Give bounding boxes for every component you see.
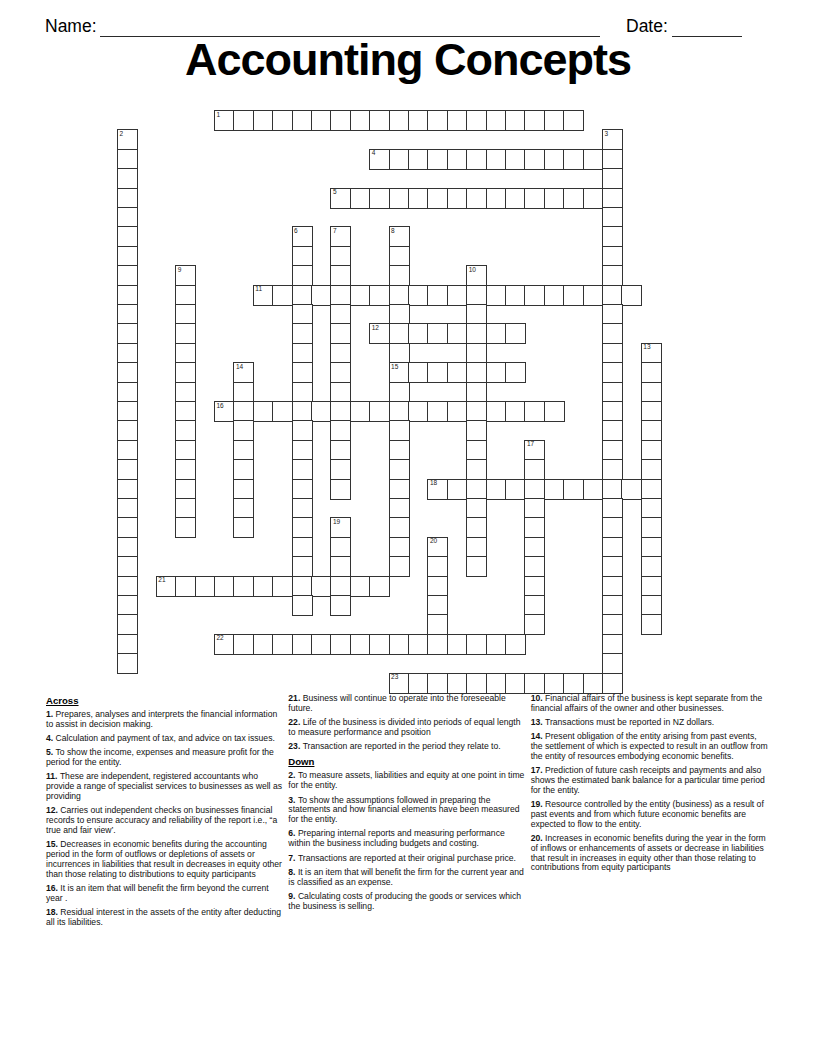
grid-cell[interactable]	[330, 440, 351, 461]
grid-cell[interactable]	[583, 479, 604, 500]
grid-cell[interactable]	[253, 634, 274, 655]
grid-cell[interactable]	[292, 576, 313, 597]
grid-cell[interactable]	[233, 440, 254, 461]
grid-cell[interactable]	[602, 188, 623, 209]
grid-cell[interactable]	[117, 459, 138, 480]
grid-cell[interactable]	[389, 382, 410, 403]
grid-cell[interactable]	[330, 343, 351, 364]
grid-cell[interactable]	[466, 459, 487, 480]
grid-cell[interactable]	[292, 110, 313, 131]
grid-cell[interactable]	[117, 634, 138, 655]
grid-cell[interactable]	[447, 149, 468, 170]
grid-cell[interactable]	[466, 323, 487, 344]
grid-cell[interactable]	[117, 479, 138, 500]
grid-cell[interactable]	[117, 323, 138, 344]
grid-cell[interactable]: 20	[427, 537, 448, 558]
grid-cell[interactable]	[389, 188, 410, 209]
grid-cell[interactable]	[311, 285, 332, 306]
grid-cell[interactable]	[330, 634, 351, 655]
grid-cell[interactable]	[292, 440, 313, 461]
grid-cell[interactable]	[117, 207, 138, 228]
grid-cell[interactable]	[330, 401, 351, 422]
grid-cell[interactable]	[602, 595, 623, 616]
grid-cell[interactable]	[311, 634, 332, 655]
grid-cell[interactable]	[641, 362, 662, 383]
grid-cell[interactable]	[292, 537, 313, 558]
grid-cell[interactable]	[330, 420, 351, 441]
grid-cell[interactable]	[544, 401, 565, 422]
grid-cell[interactable]	[292, 479, 313, 500]
grid-cell[interactable]	[563, 110, 584, 131]
grid-cell[interactable]	[117, 285, 138, 306]
grid-cell[interactable]	[350, 285, 371, 306]
grid-cell[interactable]	[272, 285, 293, 306]
grid-cell[interactable]	[466, 537, 487, 558]
grid-cell[interactable]	[389, 265, 410, 286]
grid-cell[interactable]: 1	[214, 110, 235, 131]
grid-cell[interactable]	[233, 382, 254, 403]
grid-cell[interactable]	[641, 595, 662, 616]
grid-cell[interactable]	[486, 673, 507, 694]
grid-cell[interactable]	[544, 479, 565, 500]
grid-cell[interactable]	[447, 188, 468, 209]
grid-cell[interactable]	[524, 188, 545, 209]
grid-cell[interactable]	[175, 517, 196, 538]
grid-cell[interactable]	[389, 246, 410, 267]
grid-cell[interactable]	[253, 576, 274, 597]
grid-cell[interactable]	[641, 459, 662, 480]
grid-cell[interactable]	[292, 420, 313, 441]
grid-cell[interactable]	[292, 304, 313, 325]
grid-cell[interactable]	[389, 343, 410, 364]
grid-cell[interactable]	[641, 401, 662, 422]
grid-cell[interactable]	[486, 149, 507, 170]
grid-cell[interactable]	[389, 537, 410, 558]
grid-cell[interactable]	[175, 323, 196, 344]
grid-cell[interactable]	[427, 401, 448, 422]
grid-cell[interactable]	[350, 401, 371, 422]
grid-cell[interactable]	[447, 285, 468, 306]
grid-cell[interactable]	[466, 401, 487, 422]
grid-cell[interactable]	[466, 479, 487, 500]
grid-cell[interactable]	[447, 401, 468, 422]
grid-cell[interactable]	[330, 537, 351, 558]
grid-cell[interactable]	[602, 479, 623, 500]
grid-cell[interactable]	[641, 420, 662, 441]
grid-cell[interactable]	[117, 576, 138, 597]
grid-cell[interactable]	[330, 110, 351, 131]
grid-cell[interactable]	[117, 401, 138, 422]
grid-cell[interactable]	[117, 343, 138, 364]
grid-cell[interactable]	[292, 362, 313, 383]
grid-cell[interactable]	[486, 634, 507, 655]
grid-cell[interactable]: 22	[214, 634, 235, 655]
grid-cell[interactable]	[175, 440, 196, 461]
grid-cell[interactable]: 12	[369, 323, 390, 344]
grid-cell[interactable]	[175, 498, 196, 519]
grid-cell[interactable]	[272, 634, 293, 655]
grid-cell[interactable]	[117, 556, 138, 577]
grid-cell[interactable]	[583, 188, 604, 209]
grid-cell[interactable]	[505, 110, 526, 131]
grid-cell[interactable]	[117, 246, 138, 267]
grid-cell[interactable]	[117, 149, 138, 170]
grid-cell[interactable]	[427, 110, 448, 131]
grid-cell[interactable]	[505, 149, 526, 170]
grid-cell[interactable]: 19	[330, 517, 351, 538]
grid-cell[interactable]	[466, 343, 487, 364]
grid-cell[interactable]	[466, 634, 487, 655]
grid-cell[interactable]	[330, 246, 351, 267]
grid-cell[interactable]	[602, 556, 623, 577]
grid-cell[interactable]	[175, 479, 196, 500]
grid-cell[interactable]	[427, 285, 448, 306]
grid-cell[interactable]	[233, 420, 254, 441]
grid-cell[interactable]	[408, 634, 429, 655]
grid-cell[interactable]	[486, 362, 507, 383]
grid-cell[interactable]	[389, 149, 410, 170]
grid-cell[interactable]	[292, 285, 313, 306]
grid-cell[interactable]: 11	[253, 285, 274, 306]
grid-cell[interactable]	[563, 285, 584, 306]
grid-cell[interactable]	[466, 420, 487, 441]
grid-cell[interactable]	[602, 343, 623, 364]
grid-cell[interactable]	[427, 188, 448, 209]
grid-cell[interactable]	[505, 362, 526, 383]
grid-cell[interactable]	[233, 498, 254, 519]
grid-cell[interactable]	[544, 110, 565, 131]
grid-cell[interactable]	[408, 285, 429, 306]
grid-cell[interactable]	[233, 110, 254, 131]
grid-cell[interactable]	[408, 110, 429, 131]
grid-cell[interactable]	[544, 188, 565, 209]
grid-cell[interactable]	[117, 614, 138, 635]
grid-cell[interactable]	[544, 285, 565, 306]
grid-cell[interactable]	[330, 556, 351, 577]
grid-cell[interactable]	[427, 323, 448, 344]
grid-cell[interactable]	[389, 498, 410, 519]
grid-cell[interactable]	[389, 304, 410, 325]
grid-cell[interactable]	[466, 285, 487, 306]
grid-cell[interactable]	[272, 110, 293, 131]
grid-cell[interactable]: 7	[330, 226, 351, 247]
grid-cell[interactable]	[117, 362, 138, 383]
grid-cell[interactable]	[524, 673, 545, 694]
grid-cell[interactable]	[389, 634, 410, 655]
grid-cell[interactable]	[563, 188, 584, 209]
grid-cell[interactable]	[486, 479, 507, 500]
grid-cell[interactable]	[117, 537, 138, 558]
grid-cell[interactable]	[505, 673, 526, 694]
grid-cell[interactable]	[350, 576, 371, 597]
grid-cell[interactable]	[408, 149, 429, 170]
grid-cell[interactable]	[466, 149, 487, 170]
grid-cell[interactable]: 6	[292, 226, 313, 247]
grid-cell[interactable]	[466, 498, 487, 519]
grid-cell[interactable]	[427, 595, 448, 616]
grid-cell[interactable]	[369, 188, 390, 209]
grid-cell[interactable]: 16	[214, 401, 235, 422]
grid-cell[interactable]	[486, 401, 507, 422]
grid-cell[interactable]	[214, 576, 235, 597]
grid-cell[interactable]	[602, 362, 623, 383]
grid-cell[interactable]	[175, 343, 196, 364]
grid-cell[interactable]	[292, 343, 313, 364]
grid-cell[interactable]	[117, 595, 138, 616]
grid-cell[interactable]	[427, 556, 448, 577]
grid-cell[interactable]	[389, 323, 410, 344]
grid-cell[interactable]	[583, 673, 604, 694]
grid-cell[interactable]	[389, 459, 410, 480]
grid-cell[interactable]: 9	[175, 265, 196, 286]
grid-cell[interactable]	[175, 285, 196, 306]
grid-cell[interactable]	[602, 265, 623, 286]
grid-cell[interactable]	[641, 576, 662, 597]
grid-cell[interactable]	[330, 459, 351, 480]
grid-cell[interactable]	[563, 673, 584, 694]
grid-cell[interactable]	[117, 265, 138, 286]
grid-cell[interactable]	[272, 576, 293, 597]
grid-cell[interactable]	[602, 673, 623, 694]
grid-cell[interactable]	[292, 401, 313, 422]
grid-cell[interactable]	[466, 673, 487, 694]
grid-cell[interactable]	[292, 634, 313, 655]
grid-cell[interactable]	[292, 265, 313, 286]
grid-cell[interactable]	[602, 517, 623, 538]
grid-cell[interactable]: 5	[330, 188, 351, 209]
grid-cell[interactable]	[117, 440, 138, 461]
grid-cell[interactable]	[524, 498, 545, 519]
grid-cell[interactable]	[602, 246, 623, 267]
grid-cell[interactable]	[389, 420, 410, 441]
grid-cell[interactable]	[466, 517, 487, 538]
grid-cell[interactable]	[117, 653, 138, 674]
grid-cell[interactable]	[175, 420, 196, 441]
grid-cell[interactable]	[641, 440, 662, 461]
grid-cell[interactable]	[427, 614, 448, 635]
grid-cell[interactable]	[602, 149, 623, 170]
grid-cell[interactable]	[427, 149, 448, 170]
grid-cell[interactable]	[330, 265, 351, 286]
grid-cell[interactable]	[175, 362, 196, 383]
grid-cell[interactable]	[389, 285, 410, 306]
grid-cell[interactable]	[466, 382, 487, 403]
grid-cell[interactable]	[311, 401, 332, 422]
grid-cell[interactable]	[330, 362, 351, 383]
grid-cell[interactable]	[447, 323, 468, 344]
grid-cell[interactable]: 3	[602, 129, 623, 150]
grid-cell[interactable]	[117, 420, 138, 441]
grid-cell[interactable]	[408, 188, 429, 209]
grid-cell[interactable]	[233, 479, 254, 500]
grid-cell[interactable]	[505, 285, 526, 306]
grid-cell[interactable]	[292, 323, 313, 344]
grid-cell[interactable]	[369, 576, 390, 597]
grid-cell[interactable]	[524, 285, 545, 306]
grid-cell[interactable]	[486, 323, 507, 344]
grid-cell[interactable]	[389, 479, 410, 500]
grid-cell[interactable]	[466, 362, 487, 383]
grid-cell[interactable]	[369, 634, 390, 655]
grid-cell[interactable]	[311, 110, 332, 131]
grid-cell[interactable]	[621, 285, 642, 306]
grid-cell[interactable]	[602, 537, 623, 558]
grid-cell[interactable]	[486, 110, 507, 131]
grid-cell[interactable]	[330, 323, 351, 344]
grid-cell[interactable]	[175, 304, 196, 325]
grid-cell[interactable]	[175, 576, 196, 597]
grid-cell[interactable]: 2	[117, 129, 138, 150]
grid-cell[interactable]	[602, 576, 623, 597]
grid-cell[interactable]	[389, 110, 410, 131]
grid-cell[interactable]	[524, 401, 545, 422]
grid-cell[interactable]	[369, 401, 390, 422]
grid-cell[interactable]	[117, 188, 138, 209]
grid-cell[interactable]	[505, 479, 526, 500]
grid-cell[interactable]	[602, 401, 623, 422]
grid-cell[interactable]	[311, 576, 332, 597]
grid-cell[interactable]	[641, 382, 662, 403]
grid-cell[interactable]	[641, 556, 662, 577]
grid-cell[interactable]: 4	[369, 149, 390, 170]
grid-cell[interactable]	[602, 285, 623, 306]
grid-cell[interactable]	[408, 673, 429, 694]
grid-cell[interactable]	[233, 576, 254, 597]
grid-cell[interactable]	[292, 382, 313, 403]
grid-cell[interactable]: 10	[466, 265, 487, 286]
grid-cell[interactable]	[117, 498, 138, 519]
grid-cell[interactable]	[350, 634, 371, 655]
grid-cell[interactable]	[389, 517, 410, 538]
grid-cell[interactable]	[466, 188, 487, 209]
grid-cell[interactable]	[408, 323, 429, 344]
grid-cell[interactable]	[117, 304, 138, 325]
grid-cell[interactable]: 17	[524, 440, 545, 461]
grid-cell[interactable]	[621, 479, 642, 500]
grid-cell[interactable]	[602, 440, 623, 461]
grid-cell[interactable]	[233, 634, 254, 655]
grid-cell[interactable]	[233, 401, 254, 422]
grid-cell[interactable]	[427, 673, 448, 694]
grid-cell[interactable]	[195, 576, 216, 597]
grid-cell[interactable]	[524, 537, 545, 558]
grid-cell[interactable]	[369, 110, 390, 131]
grid-cell[interactable]	[175, 459, 196, 480]
grid-cell[interactable]	[544, 149, 565, 170]
grid-cell[interactable]	[389, 440, 410, 461]
grid-cell[interactable]	[486, 285, 507, 306]
grid-cell[interactable]	[602, 614, 623, 635]
grid-cell[interactable]	[292, 517, 313, 538]
grid-cell[interactable]	[175, 401, 196, 422]
grid-cell[interactable]	[583, 285, 604, 306]
grid-cell[interactable]	[602, 323, 623, 344]
grid-cell[interactable]	[641, 479, 662, 500]
grid-cell[interactable]: 18	[427, 479, 448, 500]
grid-cell[interactable]	[292, 498, 313, 519]
grid-cell[interactable]	[330, 285, 351, 306]
grid-cell[interactable]	[563, 479, 584, 500]
grid-cell[interactable]	[253, 401, 274, 422]
grid-cell[interactable]	[117, 226, 138, 247]
grid-cell[interactable]	[505, 634, 526, 655]
grid-cell[interactable]	[175, 382, 196, 403]
grid-cell[interactable]	[447, 362, 468, 383]
grid-cell[interactable]	[389, 556, 410, 577]
grid-cell[interactable]	[524, 149, 545, 170]
grid-cell[interactable]	[602, 168, 623, 189]
grid-cell[interactable]	[641, 498, 662, 519]
grid-cell[interactable]	[389, 401, 410, 422]
grid-cell[interactable]	[563, 149, 584, 170]
grid-cell[interactable]	[330, 576, 351, 597]
grid-cell[interactable]	[505, 188, 526, 209]
grid-cell[interactable]	[641, 537, 662, 558]
grid-cell[interactable]	[466, 110, 487, 131]
grid-cell[interactable]	[447, 634, 468, 655]
grid-cell[interactable]	[292, 246, 313, 267]
grid-cell[interactable]	[524, 479, 545, 500]
grid-cell[interactable]	[466, 556, 487, 577]
grid-cell[interactable]: 13	[641, 343, 662, 364]
grid-cell[interactable]	[524, 459, 545, 480]
grid-cell[interactable]	[408, 362, 429, 383]
grid-cell[interactable]	[330, 595, 351, 616]
grid-cell[interactable]	[583, 149, 604, 170]
grid-cell[interactable]	[427, 634, 448, 655]
grid-cell[interactable]	[602, 207, 623, 228]
grid-cell[interactable]: 14	[233, 362, 254, 383]
grid-cell[interactable]	[466, 440, 487, 461]
grid-cell[interactable]	[641, 517, 662, 538]
grid-cell[interactable]	[524, 614, 545, 635]
grid-cell[interactable]	[524, 110, 545, 131]
grid-cell[interactable]	[292, 556, 313, 577]
grid-cell[interactable]	[447, 110, 468, 131]
grid-cell[interactable]	[505, 323, 526, 344]
grid-cell[interactable]	[466, 304, 487, 325]
grid-cell[interactable]	[524, 517, 545, 538]
grid-cell[interactable]	[369, 285, 390, 306]
grid-cell[interactable]: 15	[389, 362, 410, 383]
grid-cell[interactable]	[117, 517, 138, 538]
grid-cell[interactable]	[524, 595, 545, 616]
grid-cell[interactable]	[524, 556, 545, 577]
grid-cell[interactable]	[350, 110, 371, 131]
grid-cell[interactable]	[602, 459, 623, 480]
grid-cell[interactable]	[117, 168, 138, 189]
grid-cell[interactable]	[117, 382, 138, 403]
grid-cell[interactable]	[330, 479, 351, 500]
grid-cell[interactable]	[272, 401, 293, 422]
grid-cell[interactable]	[602, 304, 623, 325]
grid-cell[interactable]	[253, 110, 274, 131]
grid-cell[interactable]	[602, 382, 623, 403]
grid-cell[interactable]: 21	[156, 576, 177, 597]
grid-cell[interactable]	[427, 576, 448, 597]
grid-cell[interactable]	[602, 498, 623, 519]
grid-cell[interactable]	[602, 634, 623, 655]
grid-cell[interactable]	[641, 614, 662, 635]
grid-cell[interactable]	[602, 226, 623, 247]
grid-cell[interactable]	[233, 459, 254, 480]
grid-cell[interactable]	[505, 401, 526, 422]
grid-cell[interactable]	[330, 382, 351, 403]
grid-cell[interactable]	[292, 595, 313, 616]
grid-cell[interactable]	[544, 673, 565, 694]
grid-cell[interactable]: 23	[389, 673, 410, 694]
grid-cell[interactable]	[524, 576, 545, 597]
